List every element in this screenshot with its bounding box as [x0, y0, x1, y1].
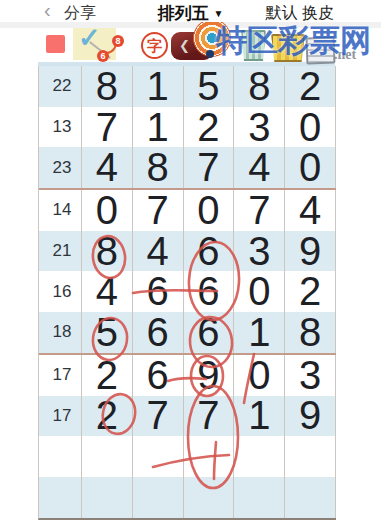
- digit-cell: 7: [82, 107, 133, 148]
- digit-cell: 6: [184, 231, 235, 272]
- digit-cell: [184, 436, 235, 477]
- digit-cell: 3: [285, 355, 336, 396]
- digit-cell: 7: [184, 147, 235, 188]
- row-label: 21: [39, 231, 82, 272]
- digit-cell: 2: [82, 396, 133, 437]
- digit-cell: [234, 436, 285, 477]
- digit-cell: 5: [184, 66, 235, 107]
- digit-cell: 9: [285, 231, 336, 272]
- digit-cell: 7: [133, 190, 184, 231]
- digit-cell: [184, 477, 235, 518]
- row-label: 17: [39, 396, 82, 437]
- digit-cell: [133, 477, 184, 518]
- digit-cell: [234, 477, 285, 518]
- digit-cell: [82, 477, 133, 518]
- header-bar: ‹ 分享 排列五 ▼ 默认 换皮: [0, 0, 381, 22]
- digit-cell: [285, 477, 336, 518]
- color-swatch-red[interactable]: [46, 35, 65, 53]
- digit-cell: 3: [234, 231, 285, 272]
- digit-cell: 0: [285, 147, 336, 188]
- digit-cell: 0: [285, 107, 336, 148]
- digit-cell: 1: [234, 312, 285, 353]
- digit-cell: 5: [82, 312, 133, 353]
- digit-cell: 1: [133, 107, 184, 148]
- trend-line-tool[interactable]: 8 6: [96, 29, 126, 63]
- badge-8: 8: [112, 35, 124, 47]
- row-label: 22: [39, 66, 82, 107]
- digit-cell: 9: [184, 355, 235, 396]
- digit-cell: 7: [184, 396, 235, 437]
- digit-cell: 1: [234, 396, 285, 437]
- digit-cell: 8: [82, 231, 133, 272]
- digit-cell: 8: [133, 147, 184, 188]
- digit-cell: 4: [82, 271, 133, 312]
- row-label: 17: [39, 355, 82, 396]
- digit-cell: 8: [234, 66, 285, 107]
- row-label: 16: [39, 271, 82, 312]
- digit-cell: 4: [82, 147, 133, 188]
- digit-cell: 6: [133, 271, 184, 312]
- lottery-number-grid: 2281582137123023487401407074218463916466…: [38, 66, 336, 520]
- digit-cell: 6: [184, 271, 235, 312]
- row-label: [39, 436, 82, 477]
- row-label: 18: [39, 312, 82, 353]
- digit-cell: [82, 436, 133, 477]
- digit-cell: 2: [82, 355, 133, 396]
- title-text: 排列五: [158, 4, 209, 23]
- digit-cell: [133, 436, 184, 477]
- row-label: [39, 477, 82, 518]
- row-label: 23: [39, 147, 82, 188]
- row-label: 13: [39, 107, 82, 148]
- digit-cell: 6: [184, 312, 235, 353]
- digit-cell: 2: [285, 66, 336, 107]
- digit-cell: 2: [184, 107, 235, 148]
- badge-6: 6: [97, 50, 109, 62]
- digit-cell: 6: [133, 355, 184, 396]
- color-wheel-dot: [206, 50, 214, 58]
- digit-cell: 1: [133, 66, 184, 107]
- digit-cell: 8: [285, 312, 336, 353]
- eraser-chevron-icon: ❮: [179, 38, 190, 53]
- dropdown-caret-icon: ▼: [213, 8, 223, 19]
- digit-cell: 0: [234, 271, 285, 312]
- digit-cell: 6: [133, 312, 184, 353]
- digit-cell: [285, 436, 336, 477]
- digit-cell: 2: [285, 271, 336, 312]
- digit-cell: 0: [234, 355, 285, 396]
- digit-cell: 9: [285, 396, 336, 437]
- digit-cell: 4: [285, 190, 336, 231]
- text-tool[interactable]: 字: [141, 32, 168, 59]
- digit-cell: 8: [82, 66, 133, 107]
- digit-cell: 0: [82, 190, 133, 231]
- digit-cell: 4: [234, 147, 285, 188]
- digit-cell: 4: [133, 231, 184, 272]
- digit-cell: 3: [234, 107, 285, 148]
- digit-cell: 7: [234, 190, 285, 231]
- digit-cell: 0: [184, 190, 235, 231]
- digit-cell: 7: [133, 396, 184, 437]
- site-watermark: 特区彩票网: [216, 20, 371, 62]
- row-label: 14: [39, 190, 82, 231]
